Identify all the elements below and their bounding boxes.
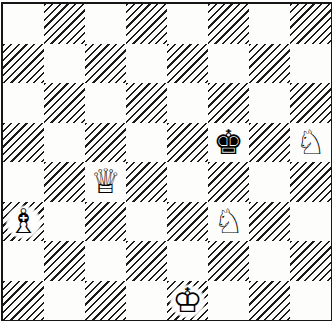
square-g8[interactable] [249, 4, 290, 44]
square-d7[interactable] [126, 44, 167, 84]
square-d6[interactable] [126, 83, 167, 123]
square-f4[interactable] [208, 162, 249, 202]
square-a3[interactable]: ♗ [3, 202, 44, 242]
square-g6[interactable] [249, 83, 290, 123]
square-f7[interactable] [208, 44, 249, 84]
square-c3[interactable] [85, 202, 126, 242]
square-f3[interactable]: ♘ [208, 202, 249, 242]
square-f5[interactable]: ♚ [208, 123, 249, 163]
square-e6[interactable] [167, 83, 208, 123]
square-e4[interactable] [167, 162, 208, 202]
square-h7[interactable] [290, 44, 331, 84]
square-g4[interactable] [249, 162, 290, 202]
square-g7[interactable] [249, 44, 290, 84]
square-d2[interactable] [126, 241, 167, 281]
square-b5[interactable] [44, 123, 85, 163]
chess-diagram: ♚♘♕♗♘♔ [0, 0, 332, 321]
white-king-e1: ♔ [167, 281, 208, 321]
square-f2[interactable] [208, 241, 249, 281]
square-e3[interactable] [167, 202, 208, 242]
white-knight-h5: ♘ [290, 123, 331, 163]
square-b6[interactable] [44, 83, 85, 123]
square-h5[interactable]: ♘ [290, 123, 331, 163]
square-g3[interactable] [249, 202, 290, 242]
square-h4[interactable] [290, 162, 331, 202]
square-h8[interactable] [290, 4, 331, 44]
square-b2[interactable] [44, 241, 85, 281]
square-b7[interactable] [44, 44, 85, 84]
square-a7[interactable] [3, 44, 44, 84]
square-c2[interactable] [85, 241, 126, 281]
square-g1[interactable] [249, 281, 290, 321]
square-h2[interactable] [290, 241, 331, 281]
square-b8[interactable] [44, 4, 85, 44]
square-e7[interactable] [167, 44, 208, 84]
square-c8[interactable] [85, 4, 126, 44]
square-a1[interactable] [3, 281, 44, 321]
square-g2[interactable] [249, 241, 290, 281]
white-queen-c4: ♕ [85, 162, 126, 202]
square-a4[interactable] [3, 162, 44, 202]
black-king-f5: ♚ [208, 123, 249, 163]
square-h1[interactable] [290, 281, 331, 321]
square-b1[interactable] [44, 281, 85, 321]
square-c5[interactable] [85, 123, 126, 163]
square-a8[interactable] [3, 4, 44, 44]
square-d5[interactable] [126, 123, 167, 163]
square-d3[interactable] [126, 202, 167, 242]
square-c7[interactable] [85, 44, 126, 84]
white-bishop-a3: ♗ [3, 202, 44, 242]
square-f6[interactable] [208, 83, 249, 123]
square-h3[interactable] [290, 202, 331, 242]
square-f1[interactable] [208, 281, 249, 321]
square-e2[interactable] [167, 241, 208, 281]
square-a5[interactable] [3, 123, 44, 163]
white-knight-f3: ♘ [208, 202, 249, 242]
square-e1[interactable]: ♔ [167, 281, 208, 321]
square-d4[interactable] [126, 162, 167, 202]
square-a6[interactable] [3, 83, 44, 123]
square-b3[interactable] [44, 202, 85, 242]
square-e5[interactable] [167, 123, 208, 163]
square-d8[interactable] [126, 4, 167, 44]
square-c4[interactable]: ♕ [85, 162, 126, 202]
square-b4[interactable] [44, 162, 85, 202]
square-g5[interactable] [249, 123, 290, 163]
square-d1[interactable] [126, 281, 167, 321]
square-c1[interactable] [85, 281, 126, 321]
square-h6[interactable] [290, 83, 331, 123]
square-e8[interactable] [167, 4, 208, 44]
chessboard: ♚♘♕♗♘♔ [1, 2, 332, 321]
square-c6[interactable] [85, 83, 126, 123]
square-f8[interactable] [208, 4, 249, 44]
square-a2[interactable] [3, 241, 44, 281]
